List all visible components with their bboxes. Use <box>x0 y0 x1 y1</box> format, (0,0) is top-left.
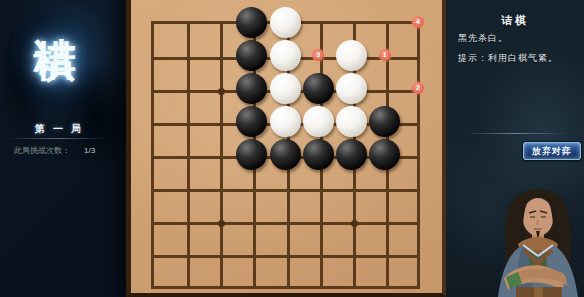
board-intersection[interactable] <box>202 171 235 204</box>
black-stone <box>270 139 301 170</box>
round-label: 第一局 <box>0 122 116 136</box>
board-intersection <box>302 138 335 171</box>
panel-divider <box>464 133 568 134</box>
board-intersection[interactable] <box>202 270 235 297</box>
board-intersection[interactable] <box>202 138 235 171</box>
puzzle-title-calligraphy: 诘棋 <box>30 4 80 8</box>
board-intersection <box>235 72 268 105</box>
board-intersection[interactable] <box>368 270 401 297</box>
black-stone <box>336 139 367 170</box>
board-intersection <box>235 138 268 171</box>
board-intersection[interactable] <box>169 270 202 297</box>
board-intersection <box>302 105 335 138</box>
board-intersection[interactable] <box>169 237 202 270</box>
board-intersection <box>335 138 368 171</box>
board-intersection[interactable] <box>135 138 168 171</box>
board-intersection[interactable] <box>135 171 168 204</box>
board-intersection[interactable] <box>335 171 368 204</box>
puzzle-info-panel: 诘棋 黑先杀白。 提示：利用白棋气紧。 放弃对弈 <box>446 0 584 297</box>
marker-cell: 3 <box>302 39 335 72</box>
board-intersection[interactable] <box>368 6 401 39</box>
black-stone <box>236 139 267 170</box>
white-stone <box>336 73 367 104</box>
board-intersection <box>235 105 268 138</box>
white-stone <box>303 106 334 137</box>
board-intersection[interactable] <box>401 39 434 72</box>
board-intersection[interactable] <box>368 171 401 204</box>
board-intersection[interactable] <box>202 105 235 138</box>
board-intersection[interactable] <box>135 39 168 72</box>
board-intersection[interactable] <box>401 138 434 171</box>
board-intersection[interactable] <box>135 105 168 138</box>
board-intersection[interactable] <box>202 6 235 39</box>
white-stone <box>336 40 367 71</box>
board-intersection[interactable] <box>268 270 301 297</box>
board-intersection[interactable] <box>135 270 168 297</box>
board-intersection[interactable] <box>335 270 368 297</box>
white-stone <box>336 106 367 137</box>
objective-text: 黑先杀白。 <box>458 32 508 45</box>
attempts-value: 1/3 <box>84 146 95 155</box>
board-intersection[interactable] <box>235 270 268 297</box>
board-intersection <box>268 138 301 171</box>
board-intersection[interactable] <box>135 6 168 39</box>
board-intersection <box>235 39 268 72</box>
give-up-button[interactable]: 放弃对弈 <box>523 142 581 160</box>
white-stone <box>270 7 301 38</box>
board-intersection <box>268 72 301 105</box>
board-intersection <box>368 138 401 171</box>
board-intersection[interactable] <box>401 270 434 297</box>
move-marker-2: 2 <box>412 82 424 94</box>
attempts-label: 此局挑战次数： <box>14 145 70 156</box>
board-intersection[interactable] <box>335 204 368 237</box>
board-intersection[interactable] <box>302 204 335 237</box>
board-intersection[interactable] <box>169 6 202 39</box>
board-intersection <box>335 39 368 72</box>
board-intersection[interactable] <box>268 204 301 237</box>
black-stone <box>236 73 267 104</box>
board-intersection[interactable] <box>302 171 335 204</box>
board-intersection <box>335 105 368 138</box>
black-stone <box>236 7 267 38</box>
board-intersection[interactable] <box>235 171 268 204</box>
black-stone <box>236 40 267 71</box>
board-intersection[interactable] <box>169 171 202 204</box>
board-intersection <box>368 105 401 138</box>
board-intersection[interactable] <box>235 237 268 270</box>
board-intersection[interactable] <box>202 237 235 270</box>
board-grid[interactable]: 1234 <box>135 6 434 297</box>
marker-cell: 2 <box>401 72 434 105</box>
board-intersection[interactable] <box>202 39 235 72</box>
white-stone <box>270 106 301 137</box>
board-intersection[interactable] <box>401 171 434 204</box>
board-intersection[interactable] <box>169 39 202 72</box>
board-intersection[interactable] <box>202 204 235 237</box>
board-intersection <box>268 105 301 138</box>
attempts-row: 此局挑战次数： 1/3 <box>14 145 124 156</box>
black-stone <box>303 139 334 170</box>
board-intersection[interactable] <box>268 171 301 204</box>
board-intersection[interactable] <box>401 237 434 270</box>
board-intersection[interactable] <box>169 105 202 138</box>
board-intersection[interactable] <box>169 138 202 171</box>
hint-text: 提示：利用白棋气紧。 <box>458 52 558 65</box>
character-portrait <box>490 180 584 297</box>
board-intersection[interactable] <box>302 270 335 297</box>
board-intersection[interactable] <box>135 72 168 105</box>
white-stone <box>270 40 301 71</box>
black-stone <box>303 73 334 104</box>
board-intersection[interactable] <box>169 204 202 237</box>
marker-cell: 1 <box>368 39 401 72</box>
board-intersection <box>268 39 301 72</box>
board-intersection[interactable] <box>335 6 368 39</box>
move-marker-4: 4 <box>412 16 424 28</box>
board-intersection[interactable] <box>268 237 301 270</box>
board-intersection[interactable] <box>135 237 168 270</box>
black-stone <box>236 106 267 137</box>
white-stone <box>270 73 301 104</box>
sidebar-divider <box>8 138 108 139</box>
left-sidebar: 诘棋 第一局 此局挑战次数： 1/3 <box>0 0 128 297</box>
board-intersection <box>335 72 368 105</box>
board-intersection <box>235 6 268 39</box>
board-intersection[interactable] <box>202 72 235 105</box>
board-intersection[interactable] <box>401 204 434 237</box>
board-intersection[interactable] <box>368 204 401 237</box>
board-intersection[interactable] <box>368 237 401 270</box>
move-marker-3: 3 <box>312 49 324 61</box>
board-intersection[interactable] <box>368 72 401 105</box>
board-intersection[interactable] <box>302 237 335 270</box>
go-board[interactable]: 1234 <box>126 0 446 297</box>
move-marker-1: 1 <box>379 49 391 61</box>
app-window: 诘棋 第一局 此局挑战次数： 1/3 1234 诘棋 黑先杀白。 提示：利用白棋… <box>0 0 584 297</box>
board-intersection[interactable] <box>135 204 168 237</box>
board-intersection <box>268 6 301 39</box>
board-intersection <box>302 72 335 105</box>
board-intersection[interactable] <box>302 6 335 39</box>
black-stone <box>369 139 400 170</box>
board-intersection[interactable] <box>235 204 268 237</box>
board-intersection[interactable] <box>169 72 202 105</box>
panel-title: 诘棋 <box>446 13 584 28</box>
board-intersection[interactable] <box>401 105 434 138</box>
marker-cell: 4 <box>401 6 434 39</box>
black-stone <box>369 106 400 137</box>
board-intersection[interactable] <box>335 237 368 270</box>
